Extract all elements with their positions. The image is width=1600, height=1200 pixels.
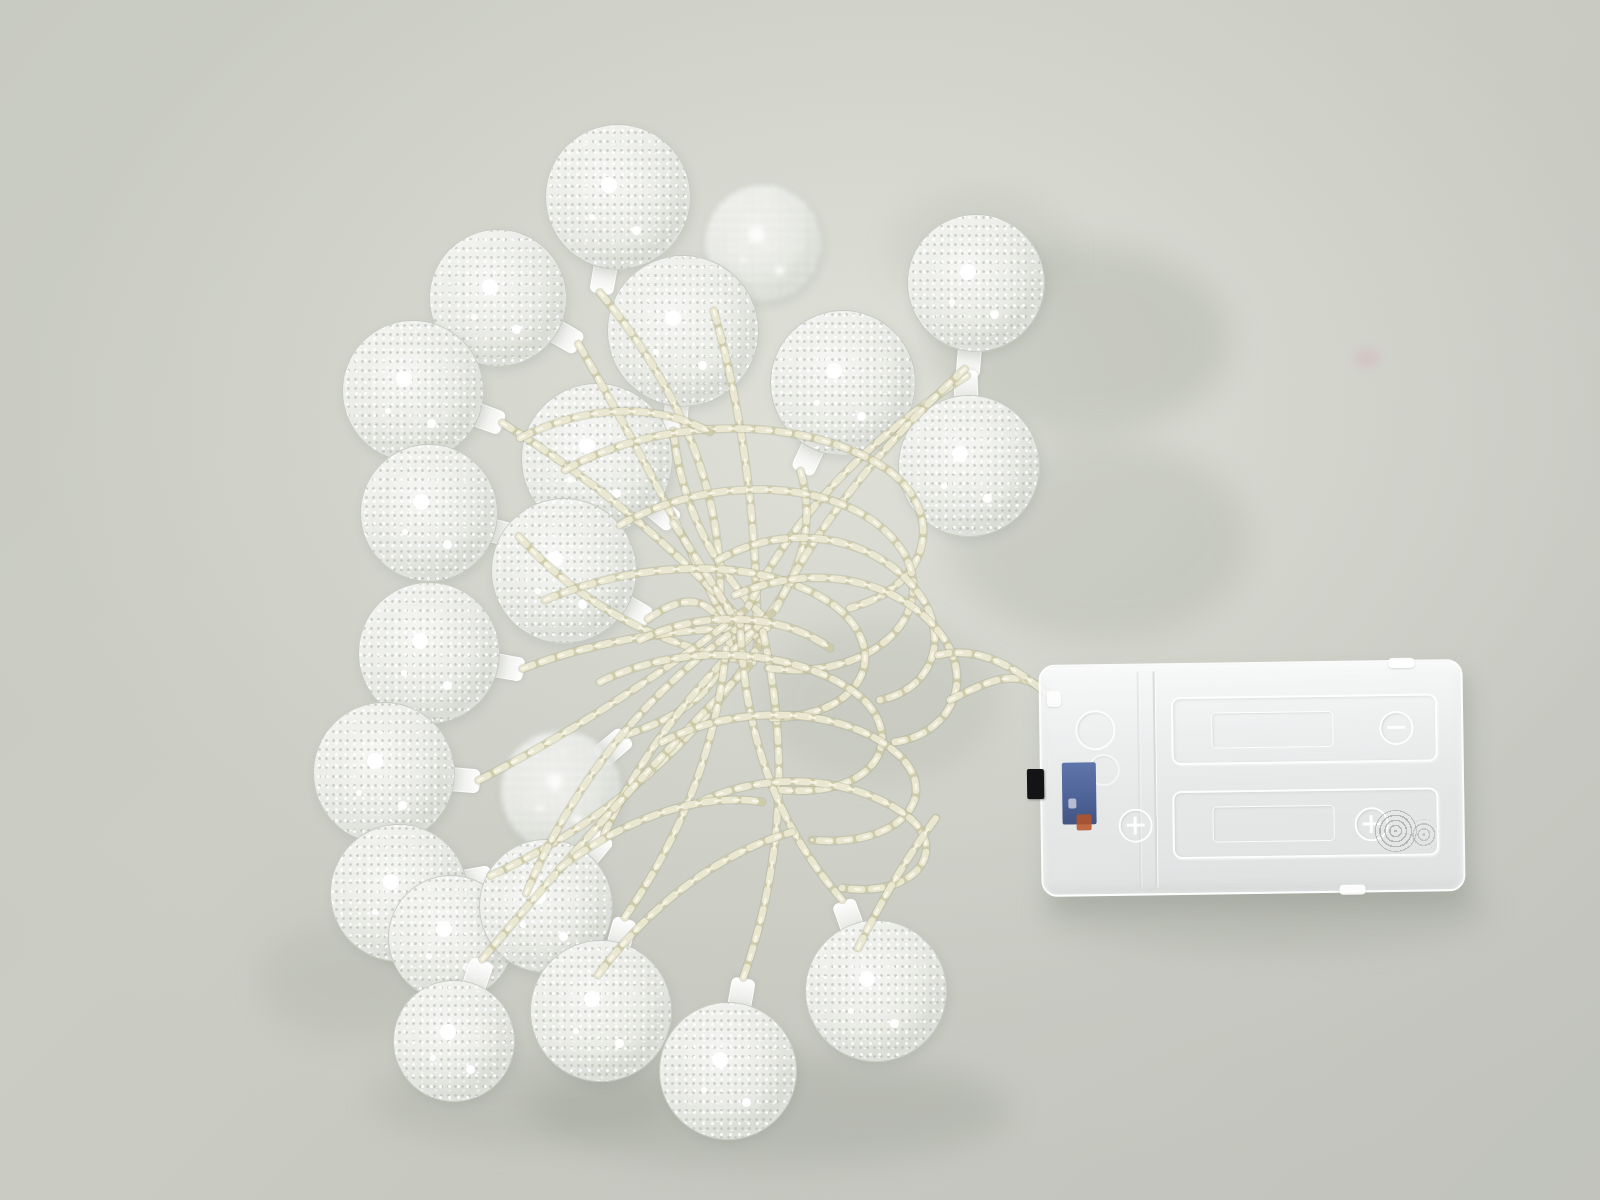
lid-clip-bottom [1339, 884, 1365, 894]
battery-slot-top [1171, 693, 1438, 765]
embossed-battery-outline-top [1211, 711, 1333, 749]
internal-orange-wire [1076, 814, 1091, 830]
wire-tangle-layer [0, 0, 1600, 1200]
polarity-plus-icon-left [1118, 808, 1152, 842]
battery-box [1038, 659, 1465, 897]
polarity-minus-icon [1379, 711, 1413, 745]
battery-box-seam [1153, 671, 1158, 887]
internal-solder-dot [1068, 798, 1076, 808]
photo-canvas [0, 0, 1600, 1200]
power-switch [1027, 769, 1044, 799]
embossed-battery-outline-bottom [1212, 805, 1334, 843]
wire-entry-nub [1047, 691, 1061, 707]
lid-clip-top [1388, 658, 1414, 668]
battery-box-seam-2 [1137, 672, 1142, 888]
contact-post-top [1075, 710, 1116, 751]
